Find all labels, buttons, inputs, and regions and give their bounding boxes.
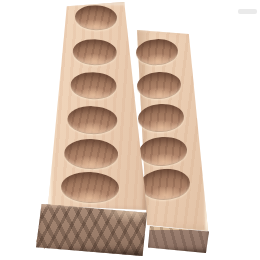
pit-left-4[interactable] [67, 105, 118, 134]
pit-right-3[interactable] [137, 103, 185, 133]
pit-right-2[interactable] [136, 70, 182, 99]
pit-right-4[interactable] [138, 135, 188, 166]
pit-right-5[interactable] [139, 167, 191, 200]
pit-left-2[interactable] [72, 38, 117, 65]
pit-left-1[interactable] [75, 4, 118, 29]
scene [0, 0, 260, 260]
pits-left [60, 0, 117, 205]
pit-left-3[interactable] [70, 71, 117, 99]
pit-left-5[interactable] [64, 138, 119, 169]
watermark [238, 9, 257, 14]
left-column-front-face [36, 204, 147, 256]
pit-right-1[interactable] [135, 38, 178, 66]
